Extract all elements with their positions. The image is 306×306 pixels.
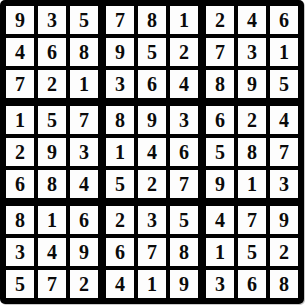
cell-r5c9[interactable]: 7 [270, 138, 298, 166]
cell-r6c3[interactable]: 4 [70, 170, 98, 198]
cell-r1c6[interactable]: 1 [170, 6, 198, 34]
cell-r2c3[interactable]: 8 [70, 38, 98, 66]
cell-r5c5[interactable]: 4 [138, 138, 166, 166]
cell-r8c4[interactable]: 6 [106, 238, 134, 266]
cell-r3c1[interactable]: 7 [6, 70, 34, 98]
cell-r6c7[interactable]: 9 [206, 170, 234, 198]
cell-r9c9[interactable]: 8 [270, 270, 298, 298]
cell-r2c9[interactable]: 1 [270, 38, 298, 66]
cell-r7c5[interactable]: 3 [138, 206, 166, 234]
cell-r3c4[interactable]: 3 [106, 70, 134, 98]
sudoku-box-6: 624587913 [206, 106, 298, 198]
cell-r3c9[interactable]: 5 [270, 70, 298, 98]
cell-r7c9[interactable]: 9 [270, 206, 298, 234]
cell-r6c1[interactable]: 6 [6, 170, 34, 198]
cell-r8c6[interactable]: 8 [170, 238, 198, 266]
cell-r4c4[interactable]: 8 [106, 106, 134, 134]
cell-r7c7[interactable]: 4 [206, 206, 234, 234]
sudoku-box-8: 235678419 [106, 206, 198, 298]
cell-r5c7[interactable]: 5 [206, 138, 234, 166]
cell-r1c3[interactable]: 5 [70, 6, 98, 34]
cell-r9c4[interactable]: 4 [106, 270, 134, 298]
cell-r5c3[interactable]: 3 [70, 138, 98, 166]
cell-r2c7[interactable]: 7 [206, 38, 234, 66]
cell-r9c3[interactable]: 2 [70, 270, 98, 298]
cell-r4c9[interactable]: 4 [270, 106, 298, 134]
sudoku-board: 9354687217819523642467318951572936848931… [0, 0, 304, 304]
cell-r8c9[interactable]: 2 [270, 238, 298, 266]
cell-r1c8[interactable]: 4 [238, 6, 266, 34]
sudoku-box-7: 816349572 [6, 206, 98, 298]
cell-r6c8[interactable]: 1 [238, 170, 266, 198]
cell-r9c1[interactable]: 5 [6, 270, 34, 298]
cell-r8c3[interactable]: 9 [70, 238, 98, 266]
cell-r8c1[interactable]: 3 [6, 238, 34, 266]
cell-r1c9[interactable]: 6 [270, 6, 298, 34]
cell-r3c2[interactable]: 2 [38, 70, 66, 98]
cell-r2c4[interactable]: 9 [106, 38, 134, 66]
cell-r4c3[interactable]: 7 [70, 106, 98, 134]
cell-r7c2[interactable]: 1 [38, 206, 66, 234]
cell-r6c6[interactable]: 7 [170, 170, 198, 198]
sudoku-box-2: 781952364 [106, 6, 198, 98]
cell-r1c4[interactable]: 7 [106, 6, 134, 34]
sudoku-box-1: 935468721 [6, 6, 98, 98]
cell-r3c7[interactable]: 8 [206, 70, 234, 98]
cell-r5c1[interactable]: 2 [6, 138, 34, 166]
cell-r6c9[interactable]: 3 [270, 170, 298, 198]
cell-r2c6[interactable]: 2 [170, 38, 198, 66]
cell-r1c5[interactable]: 8 [138, 6, 166, 34]
cell-r9c6[interactable]: 9 [170, 270, 198, 298]
sudoku-box-5: 893146527 [106, 106, 198, 198]
cell-r3c8[interactable]: 9 [238, 70, 266, 98]
cell-r9c5[interactable]: 1 [138, 270, 166, 298]
cell-r8c2[interactable]: 4 [38, 238, 66, 266]
cell-r3c3[interactable]: 1 [70, 70, 98, 98]
cell-r5c8[interactable]: 8 [238, 138, 266, 166]
cell-r3c5[interactable]: 6 [138, 70, 166, 98]
cell-r9c8[interactable]: 6 [238, 270, 266, 298]
cell-r7c3[interactable]: 6 [70, 206, 98, 234]
cell-r4c2[interactable]: 5 [38, 106, 66, 134]
cell-r6c5[interactable]: 2 [138, 170, 166, 198]
cell-r7c6[interactable]: 5 [170, 206, 198, 234]
cell-r2c1[interactable]: 4 [6, 38, 34, 66]
cell-r9c7[interactable]: 3 [206, 270, 234, 298]
sudoku-box-3: 246731895 [206, 6, 298, 98]
cell-r1c2[interactable]: 3 [38, 6, 66, 34]
cell-r1c1[interactable]: 9 [6, 6, 34, 34]
cell-r7c1[interactable]: 8 [6, 206, 34, 234]
cell-r8c7[interactable]: 1 [206, 238, 234, 266]
cell-r4c6[interactable]: 3 [170, 106, 198, 134]
cell-r2c8[interactable]: 3 [238, 38, 266, 66]
cell-r8c8[interactable]: 5 [238, 238, 266, 266]
cell-r8c5[interactable]: 7 [138, 238, 166, 266]
sudoku-box-4: 157293684 [6, 106, 98, 198]
cell-r1c7[interactable]: 2 [206, 6, 234, 34]
sudoku-box-grid: 9354687217819523642467318951572936848931… [6, 6, 298, 298]
cell-r4c1[interactable]: 1 [6, 106, 34, 134]
cell-r4c7[interactable]: 6 [206, 106, 234, 134]
cell-r2c5[interactable]: 5 [138, 38, 166, 66]
sudoku-box-9: 479152368 [206, 206, 298, 298]
cell-r4c8[interactable]: 2 [238, 106, 266, 134]
cell-r5c4[interactable]: 1 [106, 138, 134, 166]
cell-r6c4[interactable]: 5 [106, 170, 134, 198]
cell-r6c2[interactable]: 8 [38, 170, 66, 198]
cell-r3c6[interactable]: 4 [170, 70, 198, 98]
cell-r9c2[interactable]: 7 [38, 270, 66, 298]
cell-r7c8[interactable]: 7 [238, 206, 266, 234]
cell-r4c5[interactable]: 9 [138, 106, 166, 134]
cell-r7c4[interactable]: 2 [106, 206, 134, 234]
cell-r5c6[interactable]: 6 [170, 138, 198, 166]
cell-r5c2[interactable]: 9 [38, 138, 66, 166]
cell-r2c2[interactable]: 6 [38, 38, 66, 66]
